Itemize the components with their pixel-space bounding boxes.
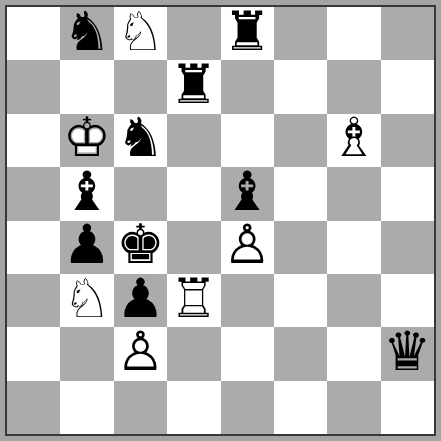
square-a7[interactable] xyxy=(7,60,60,113)
square-a6[interactable] xyxy=(7,114,60,167)
square-g8[interactable] xyxy=(327,7,380,60)
chess-board-frame: ♞♞♘♜♜♚♔♞♝♗♝♝♟♚♟♙♞♘♟♜♖♟♙♛ xyxy=(0,0,441,441)
square-f7[interactable] xyxy=(274,60,327,113)
black-queen[interactable]: ♛ xyxy=(381,327,434,380)
square-e7[interactable] xyxy=(221,60,274,113)
black-rook[interactable]: ♜ xyxy=(221,7,274,60)
black-rook[interactable]: ♜ xyxy=(167,60,220,113)
black-queen-icon: ♛ xyxy=(383,325,431,379)
white-knight-icon: ♘ xyxy=(116,5,164,59)
square-f2[interactable] xyxy=(274,327,327,380)
square-f3[interactable] xyxy=(274,274,327,327)
square-e8[interactable]: ♜ xyxy=(221,7,274,60)
black-rook-icon: ♜ xyxy=(223,5,271,59)
black-pawn-icon: ♟ xyxy=(63,218,111,272)
white-pawn[interactable]: ♟♙ xyxy=(114,327,167,380)
square-f1[interactable] xyxy=(274,381,327,434)
square-d1[interactable] xyxy=(167,381,220,434)
white-knight[interactable]: ♞♘ xyxy=(114,7,167,60)
square-g4[interactable] xyxy=(327,221,380,274)
square-a5[interactable] xyxy=(7,167,60,220)
square-d3[interactable]: ♜♖ xyxy=(167,274,220,327)
square-h2[interactable]: ♛ xyxy=(381,327,434,380)
square-g5[interactable] xyxy=(327,167,380,220)
square-g2[interactable] xyxy=(327,327,380,380)
square-d7[interactable]: ♜ xyxy=(167,60,220,113)
square-h7[interactable] xyxy=(381,60,434,113)
square-d5[interactable] xyxy=(167,167,220,220)
black-king-icon: ♚ xyxy=(116,218,164,272)
square-a1[interactable] xyxy=(7,381,60,434)
white-rook[interactable]: ♜♖ xyxy=(167,274,220,327)
white-rook-icon: ♖ xyxy=(170,271,218,325)
square-g3[interactable] xyxy=(327,274,380,327)
square-e4[interactable]: ♟♙ xyxy=(221,221,274,274)
black-bishop-icon: ♝ xyxy=(63,165,111,219)
square-e3[interactable] xyxy=(221,274,274,327)
black-knight[interactable]: ♞ xyxy=(60,7,113,60)
white-bishop[interactable]: ♝♗ xyxy=(327,114,380,167)
chess-board: ♞♞♘♜♜♚♔♞♝♗♝♝♟♚♟♙♞♘♟♜♖♟♙♛ xyxy=(5,5,436,436)
black-knight[interactable]: ♞ xyxy=(114,114,167,167)
black-knight-icon: ♞ xyxy=(116,111,164,165)
white-pawn[interactable]: ♟♙ xyxy=(221,221,274,274)
square-c6[interactable]: ♞ xyxy=(114,114,167,167)
white-king-icon: ♔ xyxy=(63,111,111,165)
black-bishop-icon: ♝ xyxy=(223,165,271,219)
white-knight-icon: ♘ xyxy=(63,271,111,325)
black-pawn-icon: ♟ xyxy=(116,271,164,325)
square-d6[interactable] xyxy=(167,114,220,167)
square-h8[interactable] xyxy=(381,7,434,60)
square-b2[interactable] xyxy=(60,327,113,380)
square-b1[interactable] xyxy=(60,381,113,434)
square-g1[interactable] xyxy=(327,381,380,434)
black-knight-icon: ♞ xyxy=(63,5,111,59)
square-f6[interactable] xyxy=(274,114,327,167)
square-b3[interactable]: ♞♘ xyxy=(60,274,113,327)
square-f4[interactable] xyxy=(274,221,327,274)
square-a3[interactable] xyxy=(7,274,60,327)
square-h6[interactable] xyxy=(381,114,434,167)
square-d2[interactable] xyxy=(167,327,220,380)
square-f8[interactable] xyxy=(274,7,327,60)
square-c1[interactable] xyxy=(114,381,167,434)
square-g6[interactable]: ♝♗ xyxy=(327,114,380,167)
square-h4[interactable] xyxy=(381,221,434,274)
white-bishop-icon: ♗ xyxy=(330,111,378,165)
white-knight[interactable]: ♞♘ xyxy=(60,274,113,327)
square-c8[interactable]: ♞♘ xyxy=(114,7,167,60)
square-h1[interactable] xyxy=(381,381,434,434)
square-e2[interactable] xyxy=(221,327,274,380)
white-pawn-icon: ♙ xyxy=(116,325,164,379)
square-e1[interactable] xyxy=(221,381,274,434)
square-h5[interactable] xyxy=(381,167,434,220)
square-c2[interactable]: ♟♙ xyxy=(114,327,167,380)
white-pawn-icon: ♙ xyxy=(223,218,271,272)
black-rook-icon: ♜ xyxy=(170,58,218,112)
square-a8[interactable] xyxy=(7,7,60,60)
square-b8[interactable]: ♞ xyxy=(60,7,113,60)
square-a4[interactable] xyxy=(7,221,60,274)
square-f5[interactable] xyxy=(274,167,327,220)
square-a2[interactable] xyxy=(7,327,60,380)
